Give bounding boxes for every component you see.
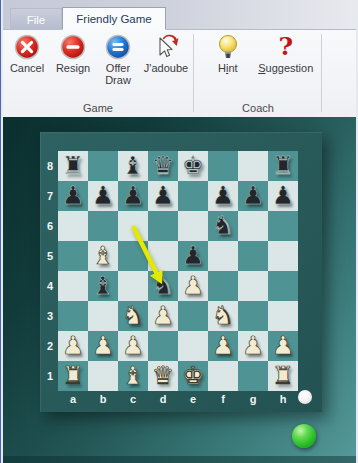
bottom-strip [0,456,358,463]
square-f4[interactable] [208,271,238,301]
black-pawn: ♟ [148,181,178,211]
white-bishop: ♝ [88,241,118,271]
tab-strip: File Friendly Game [0,0,358,30]
cancel-icon [13,33,41,61]
rank-label-6: 6 [43,211,57,241]
white-pawn: ♟ [88,331,118,361]
suggestion-button[interactable]: ? Suggestion [252,33,320,74]
black-pawn: ♟ [58,181,88,211]
square-c4[interactable] [118,271,148,301]
square-d8[interactable]: ♛ [148,151,178,181]
square-e2[interactable] [178,331,208,361]
cancel-label: Cancel [10,62,44,74]
square-d6[interactable] [148,211,178,241]
white-pawn: ♟ [58,331,88,361]
square-g2[interactable]: ♟ [238,331,268,361]
black-bishop: ♝ [88,271,118,301]
square-a4[interactable] [58,271,88,301]
square-h8[interactable]: ♜ [268,151,298,181]
group-label-game: Game [4,102,192,114]
jadoube-icon [152,33,180,61]
square-a3[interactable] [58,301,88,331]
ribbon-group-game: Cancel Resign [4,30,192,117]
square-a2[interactable]: ♟ [58,331,88,361]
rank-label-3: 3 [43,301,57,331]
square-g6[interactable] [238,211,268,241]
square-e3[interactable] [178,301,208,331]
status-ball-icon [292,424,316,448]
square-a7[interactable]: ♟ [58,181,88,211]
white-pawn: ♟ [178,271,208,301]
square-b2[interactable]: ♟ [88,331,118,361]
square-b8[interactable] [88,151,118,181]
square-h7[interactable]: ♟ [268,181,298,211]
square-g7[interactable]: ♟ [238,181,268,211]
square-d7[interactable]: ♟ [148,181,178,211]
square-f6[interactable]: ♞ [208,211,238,241]
file-label-h: h [268,391,298,408]
square-b5[interactable]: ♝ [88,241,118,271]
square-g1[interactable] [238,361,268,391]
square-g5[interactable] [238,241,268,271]
group-label-coach: Coach [196,102,320,114]
file-label-e: e [178,391,208,408]
square-f8[interactable] [208,151,238,181]
square-d1[interactable]: ♛ [148,361,178,391]
resign-icon [59,33,87,61]
square-b4[interactable]: ♝ [88,271,118,301]
square-h6[interactable] [268,211,298,241]
black-rook: ♜ [268,151,298,181]
black-pawn: ♟ [178,241,208,271]
black-pawn: ♟ [208,181,238,211]
square-d5[interactable] [148,241,178,271]
file-label-g: g [238,391,268,408]
square-d3[interactable]: ♟ [148,301,178,331]
file-label-a: a [58,391,88,408]
square-e6[interactable] [178,211,208,241]
rank-label-1: 1 [43,361,57,391]
white-king: ♚ [178,361,208,391]
ribbon: Cancel Resign [0,30,358,117]
file-label-d: d [148,391,178,408]
square-e8[interactable]: ♚ [178,151,208,181]
black-rook: ♜ [58,151,88,181]
black-knight: ♞ [208,211,238,241]
square-e7[interactable] [178,181,208,211]
ribbon-separator-2 [321,34,322,112]
square-c3[interactable]: ♞ [118,301,148,331]
square-c2[interactable]: ♟ [118,331,148,361]
square-h1[interactable]: ♜ [268,361,298,391]
square-d2[interactable] [148,331,178,361]
square-b1[interactable] [88,361,118,391]
black-pawn: ♟ [238,181,268,211]
square-a6[interactable] [58,211,88,241]
black-bishop: ♝ [118,151,148,181]
to-move-indicator [298,390,312,404]
tab-friendly-game[interactable]: Friendly Game [62,7,166,30]
square-a1[interactable]: ♜ [58,361,88,391]
square-d4[interactable]: ♞ [148,271,178,301]
square-f1[interactable] [208,361,238,391]
black-knight: ♞ [148,271,178,301]
square-f3[interactable]: ♞ [208,301,238,331]
white-rook: ♜ [268,361,298,391]
file-labels: abcdefgh [58,391,298,408]
square-g4[interactable] [238,271,268,301]
suggestion-icon: ? [278,33,293,61]
white-knight: ♞ [118,301,148,331]
rank-label-4: 4 [43,271,57,301]
square-g8[interactable] [238,151,268,181]
white-knight: ♞ [208,301,238,331]
white-rook: ♜ [58,361,88,391]
offer-draw-button[interactable]: Offer Draw [96,33,140,86]
offer-draw-icon [104,33,132,61]
black-king: ♚ [178,151,208,181]
white-queen: ♛ [148,361,178,391]
square-f7[interactable]: ♟ [208,181,238,211]
file-label-c: c [118,391,148,408]
window-border-left [0,0,3,463]
rank-label-7: 7 [43,181,57,211]
file-label-b: b [88,391,118,408]
square-a5[interactable] [58,241,88,271]
square-e5[interactable]: ♟ [178,241,208,271]
square-c5[interactable] [118,241,148,271]
square-f5[interactable] [208,241,238,271]
white-pawn: ♟ [268,331,298,361]
ribbon-group-coach: Hint ? Suggestion Coach [196,30,320,117]
square-g3[interactable] [238,301,268,331]
white-pawn: ♟ [118,331,148,361]
white-bishop: ♝ [118,361,148,391]
tab-file[interactable]: File [10,8,62,30]
offer-draw-label: Offer Draw [99,62,137,86]
ribbon-separator [193,34,194,112]
black-pawn: ♟ [88,181,118,211]
jadoube-button[interactable]: J'adoube [140,33,192,74]
suggestion-label: Suggestion [258,62,313,74]
white-pawn: ♟ [148,301,178,331]
square-f2[interactable]: ♟ [208,331,238,361]
square-a8[interactable]: ♜ [58,151,88,181]
jadoube-label: J'adoube [144,62,188,74]
board-panel: 87654321 ♜♝♛♚♜♟♟♟♟♟♟♟♞♝♟♝♞♟♞♟♞♟♟♟♟♟♟♜♝♛♚… [40,132,322,412]
square-h5[interactable] [268,241,298,271]
white-pawn: ♟ [238,331,268,361]
square-h3[interactable] [268,301,298,331]
hint-icon [214,33,242,61]
square-c8[interactable]: ♝ [118,151,148,181]
rank-label-5: 5 [43,241,57,271]
rank-label-2: 2 [43,331,57,361]
square-e4[interactable]: ♟ [178,271,208,301]
cancel-button[interactable]: Cancel [4,33,50,74]
rank-labels: 87654321 [43,151,57,391]
black-queen: ♛ [148,151,178,181]
hint-button[interactable]: Hint [204,33,252,74]
chess-board[interactable]: ♜♝♛♚♜♟♟♟♟♟♟♟♞♝♟♝♞♟♞♟♞♟♟♟♟♟♟♜♝♛♚♜ [58,151,298,391]
square-c7[interactable]: ♟ [118,181,148,211]
hint-label: Hint [218,62,238,74]
square-e1[interactable]: ♚ [178,361,208,391]
black-pawn: ♟ [118,181,148,211]
square-h2[interactable]: ♟ [268,331,298,361]
rank-label-8: 8 [43,151,57,181]
white-pawn: ♟ [208,331,238,361]
square-h4[interactable] [268,271,298,301]
resign-label: Resign [56,62,90,74]
file-label-f: f [208,391,238,408]
square-c6[interactable] [118,211,148,241]
board-area: 87654321 ♜♝♛♚♜♟♟♟♟♟♟♟♞♝♟♝♞♟♞♟♞♟♟♟♟♟♟♜♝♛♚… [0,117,358,463]
square-b6[interactable] [88,211,118,241]
square-b3[interactable] [88,301,118,331]
square-b7[interactable]: ♟ [88,181,118,211]
square-c1[interactable]: ♝ [118,361,148,391]
black-pawn: ♟ [268,181,298,211]
resign-button[interactable]: Resign [50,33,96,74]
